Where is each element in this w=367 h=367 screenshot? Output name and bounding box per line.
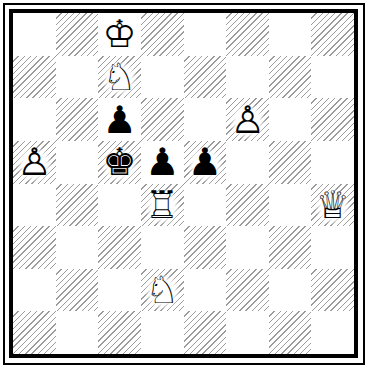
square-b1[interactable]: [56, 311, 99, 354]
square-h4[interactable]: ♕: [311, 184, 354, 227]
square-e4[interactable]: [184, 184, 227, 227]
square-a6[interactable]: [13, 98, 56, 141]
square-e6[interactable]: [184, 98, 227, 141]
square-e1[interactable]: [184, 311, 227, 354]
square-b7[interactable]: [56, 56, 99, 99]
square-b6[interactable]: [56, 98, 99, 141]
chess-board: ♔♘♟♙♙♚♟♟♖♕♘: [13, 13, 354, 354]
piece-black-pawn-d5[interactable]: ♟: [141, 141, 184, 184]
square-b2[interactable]: [56, 269, 99, 312]
square-a2[interactable]: [13, 269, 56, 312]
square-h7[interactable]: [311, 56, 354, 99]
piece-white-pawn-a5[interactable]: ♙: [13, 141, 56, 184]
square-h8[interactable]: [311, 13, 354, 56]
square-e5[interactable]: ♟: [184, 141, 227, 184]
square-f8[interactable]: [226, 13, 269, 56]
square-a4[interactable]: [13, 184, 56, 227]
square-h3[interactable]: [311, 226, 354, 269]
square-b5[interactable]: [56, 141, 99, 184]
square-d2[interactable]: ♘: [141, 269, 184, 312]
square-b8[interactable]: [56, 13, 99, 56]
square-f4[interactable]: [226, 184, 269, 227]
square-f2[interactable]: [226, 269, 269, 312]
square-b3[interactable]: [56, 226, 99, 269]
square-g3[interactable]: [269, 226, 312, 269]
chess-diagram: ♔♘♟♙♙♚♟♟♖♕♘: [0, 0, 367, 367]
piece-white-queen-h4[interactable]: ♕: [311, 184, 354, 227]
square-c7[interactable]: ♘: [98, 56, 141, 99]
square-f1[interactable]: [226, 311, 269, 354]
square-f6[interactable]: ♙: [226, 98, 269, 141]
square-d1[interactable]: [141, 311, 184, 354]
square-a1[interactable]: [13, 311, 56, 354]
square-e2[interactable]: [184, 269, 227, 312]
square-c1[interactable]: [98, 311, 141, 354]
square-b4[interactable]: [56, 184, 99, 227]
square-e3[interactable]: [184, 226, 227, 269]
piece-white-rook-d4[interactable]: ♖: [141, 184, 184, 227]
square-c8[interactable]: ♔: [98, 13, 141, 56]
square-d5[interactable]: ♟: [141, 141, 184, 184]
square-d7[interactable]: [141, 56, 184, 99]
piece-white-knight-d2[interactable]: ♘: [141, 269, 184, 312]
square-f5[interactable]: [226, 141, 269, 184]
piece-black-pawn-e5[interactable]: ♟: [184, 141, 227, 184]
square-d3[interactable]: [141, 226, 184, 269]
square-e8[interactable]: [184, 13, 227, 56]
square-f3[interactable]: [226, 226, 269, 269]
square-g6[interactable]: [269, 98, 312, 141]
piece-black-pawn-c6[interactable]: ♟: [98, 98, 141, 141]
square-g8[interactable]: [269, 13, 312, 56]
square-h6[interactable]: [311, 98, 354, 141]
square-c2[interactable]: [98, 269, 141, 312]
piece-white-pawn-f6[interactable]: ♙: [226, 98, 269, 141]
square-g2[interactable]: [269, 269, 312, 312]
square-a5[interactable]: ♙: [13, 141, 56, 184]
square-g7[interactable]: [269, 56, 312, 99]
square-g1[interactable]: [269, 311, 312, 354]
piece-white-king-c8[interactable]: ♔: [98, 13, 141, 56]
square-d8[interactable]: [141, 13, 184, 56]
square-h1[interactable]: [311, 311, 354, 354]
square-d6[interactable]: [141, 98, 184, 141]
square-a8[interactable]: [13, 13, 56, 56]
square-d4[interactable]: ♖: [141, 184, 184, 227]
piece-white-knight-c7[interactable]: ♘: [98, 56, 141, 99]
square-a7[interactable]: [13, 56, 56, 99]
square-h2[interactable]: [311, 269, 354, 312]
piece-black-king-c5[interactable]: ♚: [98, 141, 141, 184]
square-c5[interactable]: ♚: [98, 141, 141, 184]
square-g4[interactable]: [269, 184, 312, 227]
square-c6[interactable]: ♟: [98, 98, 141, 141]
square-c4[interactable]: [98, 184, 141, 227]
square-a3[interactable]: [13, 226, 56, 269]
square-f7[interactable]: [226, 56, 269, 99]
square-c3[interactable]: [98, 226, 141, 269]
square-h5[interactable]: [311, 141, 354, 184]
square-g5[interactable]: [269, 141, 312, 184]
square-e7[interactable]: [184, 56, 227, 99]
